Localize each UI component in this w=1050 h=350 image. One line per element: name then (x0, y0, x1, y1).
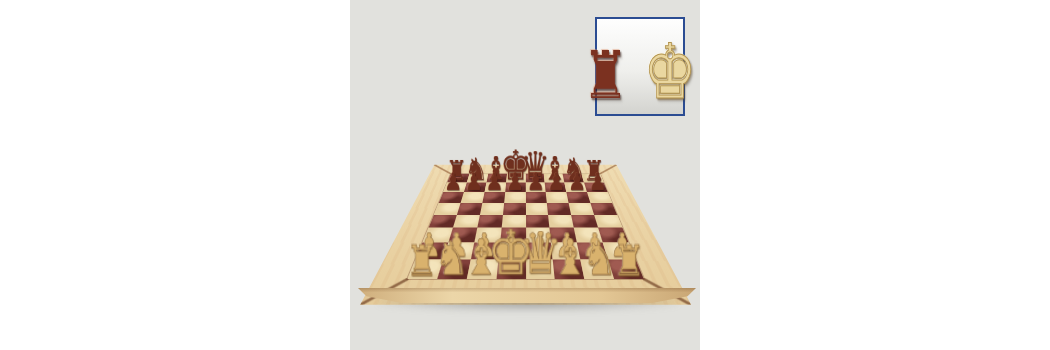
square: ♟ (564, 182, 587, 192)
light-rook: ♜ (612, 243, 644, 278)
square (434, 203, 461, 215)
dark-pawn: ♟ (588, 172, 606, 192)
square (525, 192, 547, 203)
square: ♟ (463, 182, 486, 192)
square (525, 203, 548, 215)
square: ♜ (608, 260, 644, 279)
square: ♟ (443, 182, 467, 192)
square: ♝ (553, 260, 585, 279)
board-front-edge (358, 288, 696, 303)
square (482, 192, 505, 203)
square: ♟ (504, 182, 525, 192)
square (566, 192, 590, 203)
square (568, 203, 593, 215)
square: ♚ (495, 260, 525, 279)
square: ♟ (484, 182, 506, 192)
square (456, 203, 481, 215)
dark-pawn: ♟ (444, 172, 462, 192)
square (460, 192, 484, 203)
square (503, 192, 525, 203)
square: ♟ (525, 182, 546, 192)
square (438, 192, 463, 203)
light-king: ♚ (487, 227, 534, 278)
dark-pawn: ♟ (506, 172, 524, 192)
light-rook: ♜ (406, 243, 438, 278)
dark-pawn: ♟ (465, 172, 483, 192)
chessboard: ♜♞♝♚♛♝♞♜♟♟♟♟♟♟♟♟♟♟♟♟♟♟♟♟♜♞♝♚♛♝♞♜ (360, 165, 691, 305)
light-bishop: ♝ (551, 238, 588, 278)
square: ♟ (584, 182, 608, 192)
square (590, 203, 617, 215)
dark-pawn: ♟ (547, 172, 565, 192)
product-photo-panel: ♜ ♚ ♜♞♝♚♛♝♞♜♟♟♟♟♟♟♟♟♟♟♟♟♟♟♟♟♜♞♝♚♛♝♞♜ (350, 0, 700, 350)
board-grid: ♜♞♝♚♛♝♞♜♟♟♟♟♟♟♟♟♟♟♟♟♟♟♟♟♜♞♝♚♛♝♞♜ (407, 174, 643, 279)
square (502, 203, 525, 215)
dark-pawn: ♟ (526, 172, 544, 192)
square: ♜ (407, 260, 443, 279)
square: ♟ (545, 182, 567, 192)
square (479, 203, 503, 215)
square (547, 203, 571, 215)
square (546, 192, 569, 203)
square (587, 192, 612, 203)
dark-pawn: ♟ (485, 172, 503, 192)
dark-pawn: ♟ (567, 172, 585, 192)
